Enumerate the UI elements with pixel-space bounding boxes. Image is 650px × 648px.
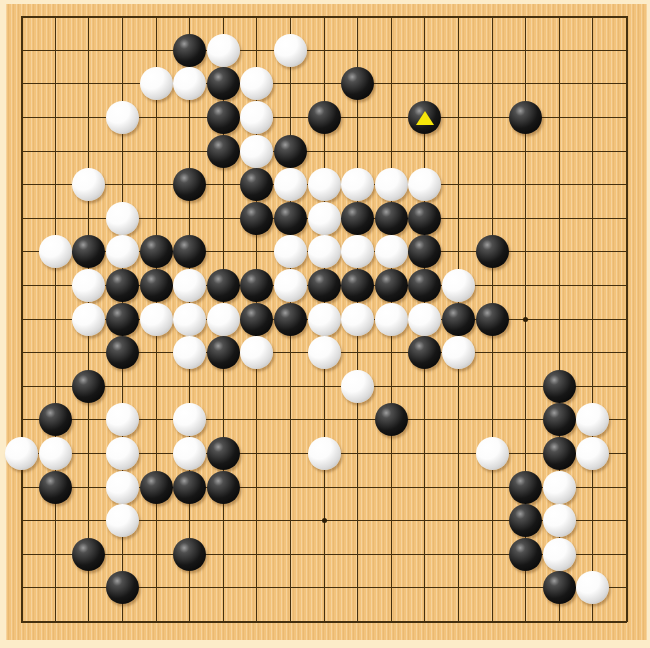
white-stone	[39, 437, 72, 470]
black-stone	[442, 303, 475, 336]
black-stone	[207, 67, 240, 100]
black-stone	[341, 269, 374, 302]
last-move-marker	[416, 111, 434, 125]
white-stone	[375, 168, 408, 201]
black-stone	[207, 437, 240, 470]
black-stone	[274, 135, 307, 168]
black-stone	[543, 403, 576, 436]
black-stone	[72, 538, 105, 571]
black-stone	[173, 34, 206, 67]
grid-vertical-line	[626, 16, 628, 623]
white-stone	[39, 235, 72, 268]
white-stone	[543, 471, 576, 504]
black-stone	[274, 303, 307, 336]
white-stone	[341, 303, 374, 336]
white-stone	[140, 303, 173, 336]
white-stone	[274, 269, 307, 302]
black-stone	[39, 403, 72, 436]
black-stone	[341, 202, 374, 235]
black-stone	[543, 437, 576, 470]
black-stone	[476, 303, 509, 336]
black-stone	[375, 403, 408, 436]
black-stone	[408, 202, 441, 235]
black-stone	[140, 269, 173, 302]
white-stone	[207, 303, 240, 336]
white-stone	[308, 202, 341, 235]
white-stone	[207, 34, 240, 67]
black-stone	[140, 235, 173, 268]
white-stone	[274, 34, 307, 67]
grid-horizontal-line	[21, 621, 628, 623]
black-stone	[173, 538, 206, 571]
white-stone	[173, 269, 206, 302]
black-stone	[509, 471, 542, 504]
grid-horizontal-line	[21, 386, 628, 387]
white-stone	[140, 67, 173, 100]
white-stone	[308, 303, 341, 336]
black-stone	[106, 303, 139, 336]
white-stone	[543, 538, 576, 571]
black-stone	[207, 471, 240, 504]
white-stone	[106, 437, 139, 470]
black-stone	[207, 101, 240, 134]
white-stone	[341, 370, 374, 403]
white-stone	[72, 303, 105, 336]
white-stone	[106, 471, 139, 504]
white-stone	[173, 437, 206, 470]
white-stone	[543, 504, 576, 537]
black-stone	[509, 101, 542, 134]
black-stone	[240, 202, 273, 235]
grid-vertical-line	[592, 16, 593, 623]
black-stone	[106, 336, 139, 369]
white-stone	[308, 168, 341, 201]
black-stone	[375, 202, 408, 235]
white-stone	[106, 202, 139, 235]
white-stone	[5, 437, 38, 470]
white-stone	[408, 303, 441, 336]
white-stone	[375, 303, 408, 336]
black-stone	[509, 538, 542, 571]
star-point	[322, 518, 327, 523]
white-stone	[375, 235, 408, 268]
black-stone	[308, 269, 341, 302]
black-stone	[140, 471, 173, 504]
white-stone	[274, 168, 307, 201]
white-stone	[173, 303, 206, 336]
white-stone	[442, 269, 475, 302]
black-stone	[543, 571, 576, 604]
white-stone	[240, 135, 273, 168]
black-stone	[476, 235, 509, 268]
black-stone	[543, 370, 576, 403]
black-stone	[308, 101, 341, 134]
star-point	[523, 317, 528, 322]
white-stone	[308, 235, 341, 268]
black-stone	[240, 303, 273, 336]
black-stone	[207, 135, 240, 168]
black-stone	[39, 471, 72, 504]
white-stone	[476, 437, 509, 470]
white-stone	[308, 437, 341, 470]
black-stone	[72, 370, 105, 403]
black-stone	[274, 202, 307, 235]
go-game-window	[0, 0, 650, 648]
black-stone	[207, 269, 240, 302]
black-stone	[375, 269, 408, 302]
white-stone	[106, 101, 139, 134]
black-stone	[173, 471, 206, 504]
white-stone	[442, 336, 475, 369]
white-stone	[106, 504, 139, 537]
black-stone	[207, 336, 240, 369]
black-stone	[106, 269, 139, 302]
white-stone	[308, 336, 341, 369]
